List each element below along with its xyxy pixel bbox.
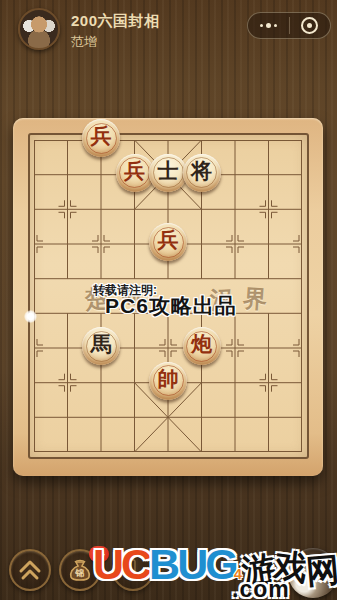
board-watermark-line2: PC6攻略出品	[105, 292, 237, 320]
piece-馬[interactable]: 馬	[82, 327, 120, 365]
piece-兵[interactable]: 兵	[82, 119, 120, 157]
double-chevron-up-icon	[17, 558, 43, 582]
incense-icon	[121, 557, 145, 583]
river-char-jie: 界	[239, 283, 271, 315]
miniprogram-capsule	[247, 12, 331, 39]
top-bar: 200六国封相 范增	[0, 0, 337, 62]
level-title: 200六国封相	[71, 12, 160, 31]
player-name: 范增	[71, 33, 97, 51]
more-options-button[interactable]	[248, 13, 289, 38]
logo-domain: .com	[232, 576, 290, 600]
assistant-ball-button[interactable]	[288, 548, 337, 598]
player-avatar	[18, 8, 60, 50]
logo-bug: BUG	[149, 540, 236, 589]
money-bag-icon: 锦	[66, 556, 94, 584]
piece-帥[interactable]: 帥	[149, 362, 187, 400]
incense-button[interactable]	[112, 549, 154, 591]
more-options-icon	[260, 24, 263, 27]
piece-将[interactable]: 将	[183, 154, 221, 192]
exit-button[interactable]	[290, 13, 331, 38]
app-screen: 200六国封相 范增	[0, 0, 337, 600]
glow-dot	[24, 310, 37, 323]
expand-menu-button[interactable]	[9, 549, 51, 591]
piece-兵[interactable]: 兵	[116, 154, 154, 192]
logo-tick: 4	[234, 565, 242, 582]
piece-炮[interactable]: 炮	[183, 327, 221, 365]
bag-char: 锦	[75, 568, 85, 578]
exit-icon	[301, 17, 318, 34]
piece-士[interactable]: 士	[149, 154, 187, 192]
tips-count-badge: 14	[89, 546, 109, 562]
piece-兵[interactable]: 兵	[149, 223, 187, 261]
